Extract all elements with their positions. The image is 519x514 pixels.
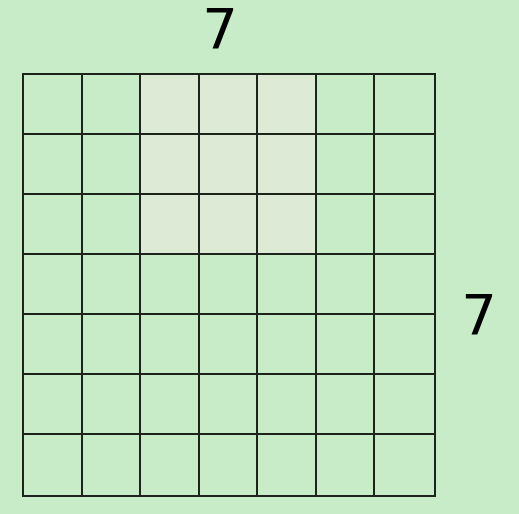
grid-cell-r7c3[interactable] [141, 435, 200, 495]
grid-cell-r7c5[interactable] [258, 435, 317, 495]
grid-cell-r5c3[interactable] [141, 315, 200, 375]
grid-cell-r6c6[interactable] [317, 375, 376, 435]
grid-cell-r3c5[interactable] [258, 195, 317, 255]
top-dimension-label: 7 [0, 0, 440, 60]
grid-cell-r1c6[interactable] [317, 75, 376, 135]
grid-cell-r3c2[interactable] [83, 195, 142, 255]
grid-cell-r2c6[interactable] [317, 135, 376, 195]
grid-cell-r4c1[interactable] [24, 255, 83, 315]
grid-cell-r1c4[interactable] [200, 75, 259, 135]
grid-cell-r1c1[interactable] [24, 75, 83, 135]
grid-cell-r4c5[interactable] [258, 255, 317, 315]
grid-cell-r4c6[interactable] [317, 255, 376, 315]
grid-cell-r2c5[interactable] [258, 135, 317, 195]
grid-cell-r3c6[interactable] [317, 195, 376, 255]
grid-cell-r1c7[interactable] [375, 75, 434, 135]
right-dimension-label: 7 [448, 284, 510, 346]
grid-cell-r7c4[interactable] [200, 435, 259, 495]
grid-cell-r7c6[interactable] [317, 435, 376, 495]
grid-cell-r4c7[interactable] [375, 255, 434, 315]
grid-cell-r7c1[interactable] [24, 435, 83, 495]
grid-cell-r2c7[interactable] [375, 135, 434, 195]
grid-cell-r5c6[interactable] [317, 315, 376, 375]
grid-cell-r6c1[interactable] [24, 375, 83, 435]
grid-cell-r3c1[interactable] [24, 195, 83, 255]
grid-cell-r5c7[interactable] [375, 315, 434, 375]
grid-cell-r7c2[interactable] [83, 435, 142, 495]
grid-cell-r6c5[interactable] [258, 375, 317, 435]
grid-cell-r1c5[interactable] [258, 75, 317, 135]
grid-cell-r1c3[interactable] [141, 75, 200, 135]
grid-cell-r1c2[interactable] [83, 75, 142, 135]
grid-cell-r3c7[interactable] [375, 195, 434, 255]
grid-cell-r6c2[interactable] [83, 375, 142, 435]
grid-cell-r5c1[interactable] [24, 315, 83, 375]
grid-cell-r2c3[interactable] [141, 135, 200, 195]
grid-cell-r4c3[interactable] [141, 255, 200, 315]
grid-cell-r6c7[interactable] [375, 375, 434, 435]
grid-cell-r2c4[interactable] [200, 135, 259, 195]
grid-cell-r5c5[interactable] [258, 315, 317, 375]
grid-cell-r4c2[interactable] [83, 255, 142, 315]
grid-cell-r2c2[interactable] [83, 135, 142, 195]
grid-cell-r4c4[interactable] [200, 255, 259, 315]
grid-cell-r3c4[interactable] [200, 195, 259, 255]
grid-cell-r5c2[interactable] [83, 315, 142, 375]
grid-cell-r7c7[interactable] [375, 435, 434, 495]
puzzle-grid [22, 73, 436, 497]
grid-cell-r3c3[interactable] [141, 195, 200, 255]
grid-cell-r6c3[interactable] [141, 375, 200, 435]
grid-cell-r5c4[interactable] [200, 315, 259, 375]
grid-cell-r2c1[interactable] [24, 135, 83, 195]
puzzle-canvas: 7 7 [0, 0, 519, 514]
grid-cell-r6c4[interactable] [200, 375, 259, 435]
